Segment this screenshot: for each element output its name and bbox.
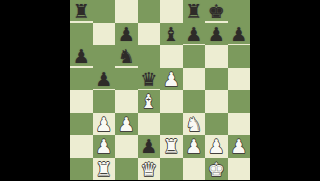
square-a4[interactable]: [70, 90, 93, 113]
square-c4[interactable]: [115, 90, 138, 113]
square-c2[interactable]: [115, 135, 138, 158]
square-a8[interactable]: ♜: [70, 0, 93, 23]
square-g5[interactable]: [205, 68, 228, 91]
square-d7[interactable]: [138, 23, 161, 46]
square-c1[interactable]: [115, 158, 138, 181]
white-pawn: ♟: [93, 135, 116, 158]
square-h6[interactable]: [228, 45, 251, 68]
square-c8[interactable]: [115, 0, 138, 23]
square-c5[interactable]: [115, 68, 138, 91]
square-h4[interactable]: [228, 90, 251, 113]
white-king: ♚: [205, 158, 228, 181]
square-b8[interactable]: [93, 0, 116, 23]
white-knight: ♞: [183, 113, 206, 136]
square-b5[interactable]: ♟: [93, 68, 116, 91]
square-h8[interactable]: [228, 0, 251, 23]
square-g6[interactable]: [205, 45, 228, 68]
white-rook: ♜: [93, 158, 116, 181]
black-pawn: ♟: [228, 23, 251, 46]
square-h5[interactable]: [228, 68, 251, 91]
square-d6[interactable]: [138, 45, 161, 68]
black-pawn: ♟: [93, 68, 116, 91]
letterbox-left: [0, 0, 70, 180]
black-pawn: ♟: [205, 23, 228, 46]
square-e3[interactable]: [160, 113, 183, 136]
square-b3[interactable]: ♟: [93, 113, 116, 136]
square-a7[interactable]: [70, 23, 93, 46]
square-f3[interactable]: ♞: [183, 113, 206, 136]
square-e2[interactable]: ♜: [160, 135, 183, 158]
white-pawn: ♟: [115, 113, 138, 136]
black-pawn: ♟: [70, 45, 93, 68]
square-a3[interactable]: [70, 113, 93, 136]
square-a6[interactable]: ♟: [70, 45, 93, 68]
square-h7[interactable]: ♟: [228, 23, 251, 46]
white-bishop: ♝: [138, 90, 161, 113]
square-a5[interactable]: [70, 68, 93, 91]
square-e7[interactable]: ♝: [160, 23, 183, 46]
square-f8[interactable]: ♜: [183, 0, 206, 23]
square-b4[interactable]: [93, 90, 116, 113]
black-king: ♚: [205, 0, 228, 23]
square-f7[interactable]: ♟: [183, 23, 206, 46]
white-pawn: ♟: [228, 135, 251, 158]
square-h3[interactable]: [228, 113, 251, 136]
square-g1[interactable]: ♚: [205, 158, 228, 181]
square-f2[interactable]: ♟: [183, 135, 206, 158]
square-g3[interactable]: [205, 113, 228, 136]
square-c7[interactable]: ♟: [115, 23, 138, 46]
square-d4[interactable]: ♝: [138, 90, 161, 113]
letterbox-right: [250, 0, 320, 180]
square-h1[interactable]: [228, 158, 251, 181]
square-a1[interactable]: [70, 158, 93, 181]
square-e8[interactable]: [160, 0, 183, 23]
black-knight: ♞: [115, 45, 138, 68]
square-e1[interactable]: [160, 158, 183, 181]
square-g7[interactable]: ♟: [205, 23, 228, 46]
square-b2[interactable]: ♟: [93, 135, 116, 158]
square-e5[interactable]: ♟: [160, 68, 183, 91]
black-queen: ♛: [138, 68, 161, 91]
square-d2[interactable]: ♟: [138, 135, 161, 158]
square-c6[interactable]: ♞: [115, 45, 138, 68]
square-f5[interactable]: [183, 68, 206, 91]
black-pawn: ♟: [115, 23, 138, 46]
square-d8[interactable]: [138, 0, 161, 23]
square-d5[interactable]: ♛: [138, 68, 161, 91]
white-pawn: ♟: [183, 135, 206, 158]
white-pawn: ♟: [93, 113, 116, 136]
black-pawn: ♟: [138, 135, 161, 158]
square-h2[interactable]: ♟: [228, 135, 251, 158]
black-rook: ♜: [70, 0, 93, 23]
square-g2[interactable]: ♟: [205, 135, 228, 158]
square-c3[interactable]: ♟: [115, 113, 138, 136]
square-g8[interactable]: ♚: [205, 0, 228, 23]
chess-board: ♜♜♚♟♝♟♟♟♟♞♟♛♟♝♟♟♞♟♟♜♟♟♟♜♛♚: [70, 0, 250, 180]
square-f4[interactable]: [183, 90, 206, 113]
square-g4[interactable]: [205, 90, 228, 113]
square-e4[interactable]: [160, 90, 183, 113]
square-f1[interactable]: [183, 158, 206, 181]
square-b6[interactable]: [93, 45, 116, 68]
square-b7[interactable]: [93, 23, 116, 46]
square-b1[interactable]: ♜: [93, 158, 116, 181]
square-e6[interactable]: [160, 45, 183, 68]
white-pawn: ♟: [205, 135, 228, 158]
square-a2[interactable]: [70, 135, 93, 158]
square-d1[interactable]: ♛: [138, 158, 161, 181]
square-d3[interactable]: [138, 113, 161, 136]
white-pawn: ♟: [160, 68, 183, 91]
black-bishop: ♝: [160, 23, 183, 46]
black-pawn: ♟: [183, 23, 206, 46]
square-f6[interactable]: [183, 45, 206, 68]
white-queen: ♛: [138, 158, 161, 181]
white-rook: ♜: [160, 135, 183, 158]
black-rook: ♜: [183, 0, 206, 23]
